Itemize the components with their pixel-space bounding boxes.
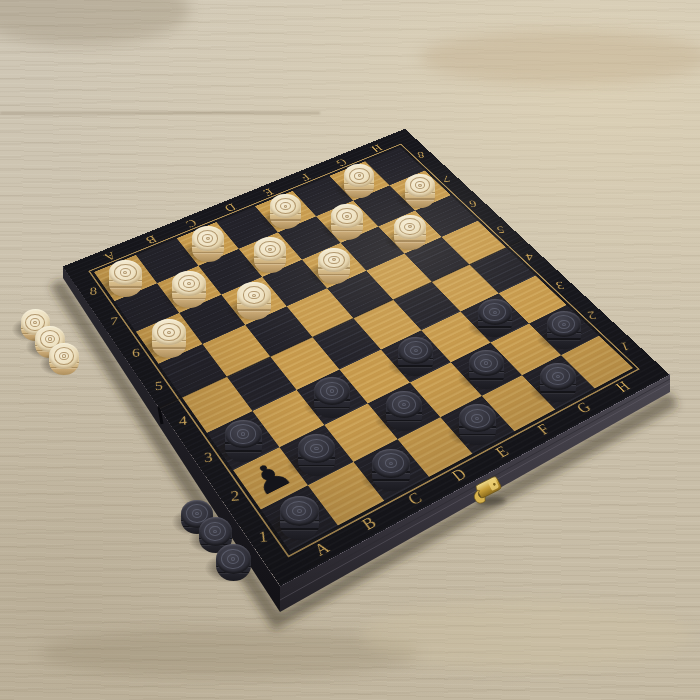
rank-label-left-8: 8 (82, 273, 105, 309)
rank-label-left-4: 4 (169, 399, 196, 443)
rank-label-left-7: 7 (103, 302, 127, 340)
rank-label-left-3: 3 (194, 434, 223, 480)
rank-label-left-5: 5 (146, 365, 172, 407)
rank-label-left-6: 6 (124, 333, 149, 373)
scene: AABBCCDDEEFFGGHH1122334455667788♟ (0, 0, 700, 700)
